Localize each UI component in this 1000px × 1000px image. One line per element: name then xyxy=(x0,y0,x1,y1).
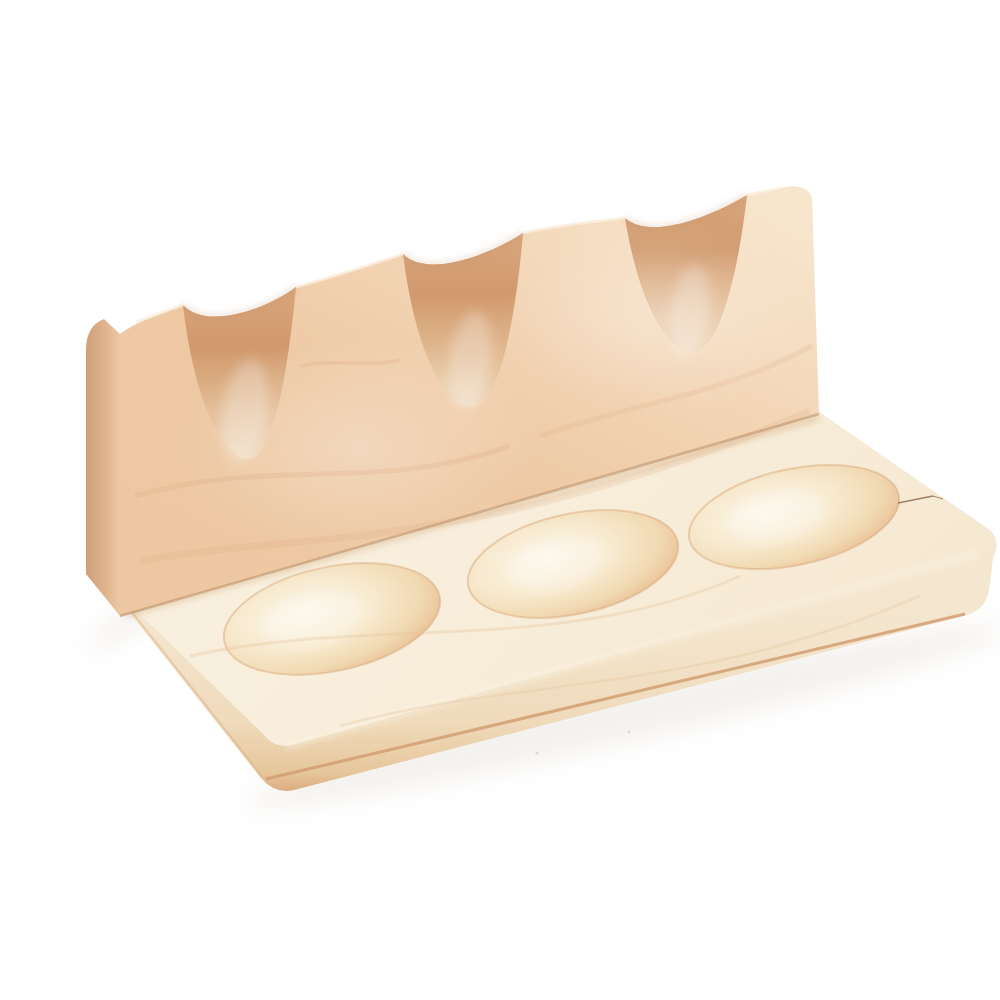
product-photo: 0 0 0 Overhead-angle product photograph … xyxy=(40,16,1000,1000)
wooden-three-pit-stand xyxy=(40,16,1000,1000)
rail-left-end xyxy=(86,319,120,616)
